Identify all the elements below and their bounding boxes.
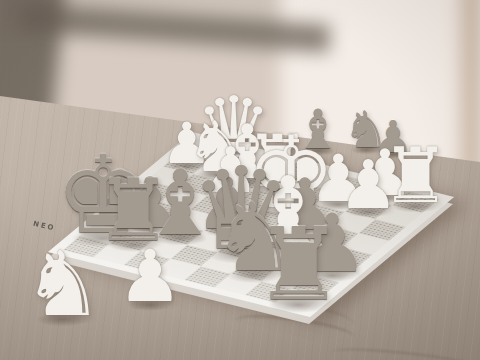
pawn-glyph: ♟ (118, 234, 183, 318)
wood-grain-streak (330, 344, 480, 360)
white-knight[interactable]: ♞ (23, 239, 104, 329)
white-pawn[interactable]: ♟ (118, 240, 183, 312)
chess-scene: NEO ♛♟♜♟♞♝♜♟♟♟♚♝♟♟♟♟♝♛♟♚♜♞♜♞♟♝♞♟ (0, 0, 480, 360)
knight-glyph: ♞ (23, 231, 104, 336)
window-mullion (462, 0, 480, 180)
rook-glyph: ♜ (254, 206, 344, 323)
silver-rook[interactable]: ♜ (254, 215, 344, 315)
